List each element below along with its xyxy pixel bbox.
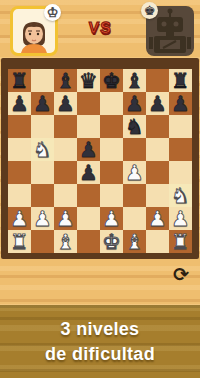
white-bishop: ♝ xyxy=(125,231,144,254)
black-pawn: ♟ xyxy=(171,93,190,116)
square-e3[interactable] xyxy=(100,184,123,207)
square-e8[interactable]: ♚ xyxy=(100,69,123,92)
square-a6[interactable] xyxy=(8,115,31,138)
chess-board: ♜♝♛♚♝♜♟♟♟♟♟♟♞♞♟♟♟♞♟♟♟♟♟♟♜♝♚♝♜ xyxy=(8,69,192,253)
square-h7[interactable]: ♟ xyxy=(169,92,192,115)
black-knight: ♞ xyxy=(125,116,144,139)
square-e4[interactable] xyxy=(100,161,123,184)
square-g7[interactable]: ♟ xyxy=(146,92,169,115)
white-bishop: ♝ xyxy=(56,231,75,254)
white-king: ♚ xyxy=(102,231,121,254)
black-pawn: ♟ xyxy=(148,93,167,116)
black-bishop: ♝ xyxy=(125,70,144,93)
square-d8[interactable]: ♛ xyxy=(77,69,100,92)
square-a4[interactable] xyxy=(8,161,31,184)
square-c8[interactable]: ♝ xyxy=(54,69,77,92)
square-f6[interactable]: ♞ xyxy=(123,115,146,138)
square-g4[interactable] xyxy=(146,161,169,184)
square-d4[interactable]: ♟ xyxy=(77,161,100,184)
square-b5[interactable]: ♞ xyxy=(31,138,54,161)
square-h8[interactable]: ♜ xyxy=(169,69,192,92)
square-h1[interactable]: ♜ xyxy=(169,230,192,253)
square-f8[interactable]: ♝ xyxy=(123,69,146,92)
square-b3[interactable] xyxy=(31,184,54,207)
black-pawn: ♟ xyxy=(10,93,29,116)
square-b1[interactable] xyxy=(31,230,54,253)
square-f4[interactable]: ♟ xyxy=(123,161,146,184)
square-a2[interactable]: ♟ xyxy=(8,207,31,230)
square-b6[interactable] xyxy=(31,115,54,138)
white-pawn: ♟ xyxy=(125,162,144,185)
square-h6[interactable] xyxy=(169,115,192,138)
white-rook: ♜ xyxy=(10,231,29,254)
square-c1[interactable]: ♝ xyxy=(54,230,77,253)
square-a5[interactable] xyxy=(8,138,31,161)
square-f5[interactable] xyxy=(123,138,146,161)
square-h5[interactable] xyxy=(169,138,192,161)
square-d2[interactable] xyxy=(77,207,100,230)
board-frame: ♜♝♛♚♝♜♟♟♟♟♟♟♞♞♟♟♟♞♟♟♟♟♟♟♜♝♚♝♜ xyxy=(1,58,199,259)
square-e6[interactable] xyxy=(100,115,123,138)
square-e5[interactable] xyxy=(100,138,123,161)
square-h2[interactable]: ♟ xyxy=(169,207,192,230)
black-king-badge-icon: ♚ xyxy=(141,2,158,19)
square-c3[interactable] xyxy=(54,184,77,207)
square-a3[interactable] xyxy=(8,184,31,207)
square-g2[interactable]: ♟ xyxy=(146,207,169,230)
square-f3[interactable] xyxy=(123,184,146,207)
white-knight: ♞ xyxy=(33,139,52,162)
refresh-button[interactable]: ⟳ xyxy=(170,263,192,285)
square-b7[interactable]: ♟ xyxy=(31,92,54,115)
square-g1[interactable] xyxy=(146,230,169,253)
square-h3[interactable]: ♞ xyxy=(169,184,192,207)
white-knight: ♞ xyxy=(171,185,190,208)
black-pawn: ♟ xyxy=(79,139,98,162)
match-header: ♔ VS ♚ xyxy=(0,0,200,58)
square-g3[interactable] xyxy=(146,184,169,207)
black-queen: ♛ xyxy=(79,70,98,93)
white-rook: ♜ xyxy=(171,231,190,254)
square-d1[interactable] xyxy=(77,230,100,253)
difficulty-banner: 3 niveles de dificultad xyxy=(0,305,200,378)
square-e2[interactable]: ♟ xyxy=(100,207,123,230)
black-bishop: ♝ xyxy=(56,70,75,93)
square-f2[interactable] xyxy=(123,207,146,230)
black-king: ♚ xyxy=(102,70,121,93)
robot-avatar-card: ♚ xyxy=(146,6,194,56)
square-c7[interactable]: ♟ xyxy=(54,92,77,115)
square-b8[interactable] xyxy=(31,69,54,92)
square-c5[interactable] xyxy=(54,138,77,161)
black-rook: ♜ xyxy=(171,70,190,93)
square-g5[interactable] xyxy=(146,138,169,161)
square-g6[interactable] xyxy=(146,115,169,138)
black-rook: ♜ xyxy=(10,70,29,93)
white-pawn: ♟ xyxy=(148,208,167,231)
black-pawn: ♟ xyxy=(125,93,144,116)
square-a8[interactable]: ♜ xyxy=(8,69,31,92)
square-c6[interactable] xyxy=(54,115,77,138)
square-c2[interactable]: ♟ xyxy=(54,207,77,230)
white-pawn: ♟ xyxy=(102,208,121,231)
square-f1[interactable]: ♝ xyxy=(123,230,146,253)
white-pawn: ♟ xyxy=(171,208,190,231)
square-h4[interactable] xyxy=(169,161,192,184)
square-c4[interactable] xyxy=(54,161,77,184)
banner-line-1: 3 niveles xyxy=(61,317,140,342)
square-d5[interactable]: ♟ xyxy=(77,138,100,161)
square-a1[interactable]: ♜ xyxy=(8,230,31,253)
square-d6[interactable] xyxy=(77,115,100,138)
banner-line-2: de dificultad xyxy=(45,342,155,367)
black-pawn: ♟ xyxy=(56,93,75,116)
refresh-icon: ⟳ xyxy=(173,263,189,285)
black-pawn: ♟ xyxy=(79,162,98,185)
square-b4[interactable] xyxy=(31,161,54,184)
white-pawn: ♟ xyxy=(10,208,29,231)
square-d7[interactable] xyxy=(77,92,100,115)
square-e7[interactable] xyxy=(100,92,123,115)
black-pawn: ♟ xyxy=(33,93,52,116)
square-e1[interactable]: ♚ xyxy=(100,230,123,253)
square-a7[interactable]: ♟ xyxy=(8,92,31,115)
square-d3[interactable] xyxy=(77,184,100,207)
white-pawn: ♟ xyxy=(33,208,52,231)
white-pawn: ♟ xyxy=(56,208,75,231)
square-g8[interactable] xyxy=(146,69,169,92)
square-f7[interactable]: ♟ xyxy=(123,92,146,115)
square-b2[interactable]: ♟ xyxy=(31,207,54,230)
